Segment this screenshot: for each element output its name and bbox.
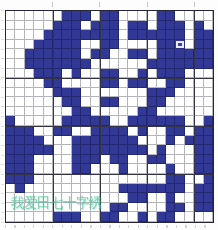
grid-cell[interactable]	[72, 30, 81, 40]
grid-cell[interactable]	[119, 21, 128, 31]
grid-cell[interactable]	[72, 78, 81, 88]
grid-cell[interactable]	[157, 174, 166, 184]
grid-cell[interactable]	[100, 21, 109, 31]
grid-cell[interactable]	[34, 97, 43, 107]
grid-cell[interactable]	[119, 78, 128, 88]
grid-cell[interactable]	[157, 126, 166, 136]
grid-cell[interactable]	[166, 212, 175, 222]
grid-cell[interactable]	[44, 145, 53, 155]
grid-cell[interactable]	[119, 107, 128, 117]
grid-cell[interactable]	[204, 155, 213, 165]
grid-cell[interactable]	[44, 30, 53, 40]
grid-cell[interactable]	[91, 11, 100, 21]
grid-cell[interactable]	[25, 203, 34, 213]
grid-cell[interactable]	[72, 21, 81, 31]
grid-cell[interactable]	[15, 174, 24, 184]
grid-cell[interactable]	[204, 145, 213, 155]
grid-cell[interactable]	[6, 193, 15, 203]
grid-cell[interactable]	[166, 88, 175, 98]
grid-cell[interactable]	[34, 59, 43, 69]
grid-cell[interactable]	[62, 59, 71, 69]
grid-cell[interactable]	[110, 136, 119, 146]
grid-cell[interactable]	[194, 88, 203, 98]
grid-cell[interactable]	[166, 203, 175, 213]
grid-cell[interactable]	[194, 116, 203, 126]
grid-cell[interactable]	[185, 203, 194, 213]
grid-cell[interactable]	[53, 164, 62, 174]
grid-cell[interactable]	[100, 97, 109, 107]
grid-cell[interactable]	[147, 174, 156, 184]
grid-cell[interactable]	[128, 11, 137, 21]
grid-cell[interactable]	[110, 21, 119, 31]
grid-cell[interactable]	[81, 78, 90, 88]
grid-cell[interactable]	[25, 40, 34, 50]
grid-cell[interactable]	[166, 97, 175, 107]
grid-cell[interactable]	[100, 59, 109, 69]
grid-cell[interactable]	[147, 107, 156, 117]
grid-cell[interactable]	[6, 212, 15, 222]
grid-cell[interactable]	[72, 49, 81, 59]
grid-cell[interactable]	[53, 155, 62, 165]
grid-cell[interactable]	[185, 30, 194, 40]
grid-cell[interactable]	[185, 184, 194, 194]
grid-cell[interactable]	[147, 69, 156, 79]
grid-cell[interactable]	[175, 59, 184, 69]
grid-cell[interactable]	[204, 212, 213, 222]
grid-cell[interactable]	[91, 126, 100, 136]
grid-cell[interactable]	[166, 184, 175, 194]
grid-cell[interactable]	[157, 145, 166, 155]
grid-cell[interactable]	[204, 126, 213, 136]
grid-cell[interactable]	[147, 212, 156, 222]
grid-cell[interactable]	[72, 88, 81, 98]
grid-cell[interactable]	[72, 116, 81, 126]
grid-cell[interactable]	[119, 49, 128, 59]
grid-cell[interactable]	[91, 116, 100, 126]
grid-cell[interactable]	[204, 193, 213, 203]
grid-cell[interactable]	[147, 40, 156, 50]
grid-cell[interactable]	[25, 136, 34, 146]
grid-cell[interactable]	[185, 21, 194, 31]
grid-cell[interactable]	[100, 184, 109, 194]
grid-cell[interactable]	[157, 203, 166, 213]
grid-cell[interactable]	[175, 97, 184, 107]
grid-cell[interactable]	[44, 40, 53, 50]
grid-cell[interactable]	[157, 78, 166, 88]
grid-cell[interactable]	[15, 21, 24, 31]
grid-cell[interactable]	[6, 30, 15, 40]
grid-cell[interactable]	[62, 145, 71, 155]
grid-cell[interactable]	[128, 126, 137, 136]
grid-cell[interactable]	[138, 107, 147, 117]
grid-cell[interactable]	[25, 69, 34, 79]
grid-cell[interactable]	[194, 30, 203, 40]
grid-cell[interactable]	[44, 184, 53, 194]
grid-cell[interactable]	[6, 97, 15, 107]
grid-cell[interactable]	[204, 107, 213, 117]
grid-cell[interactable]	[147, 49, 156, 59]
grid-cell[interactable]	[53, 59, 62, 69]
grid-cell[interactable]	[15, 69, 24, 79]
grid-cell[interactable]	[147, 116, 156, 126]
grid-cell[interactable]	[81, 97, 90, 107]
grid-cell[interactable]	[147, 97, 156, 107]
grid-cell[interactable]	[194, 59, 203, 69]
grid-cell[interactable]	[128, 49, 137, 59]
grid-cell[interactable]	[15, 126, 24, 136]
grid-cell[interactable]	[6, 40, 15, 50]
grid-cell[interactable]	[15, 40, 24, 50]
grid-cell[interactable]	[81, 40, 90, 50]
grid-cell[interactable]	[138, 30, 147, 40]
grid-cell[interactable]	[100, 155, 109, 165]
grid-cell[interactable]	[53, 78, 62, 88]
grid-cell[interactable]	[100, 107, 109, 117]
grid-cell[interactable]	[185, 136, 194, 146]
grid-cell[interactable]	[166, 59, 175, 69]
grid-cell[interactable]	[44, 97, 53, 107]
grid-cell[interactable]	[185, 212, 194, 222]
grid-cell[interactable]	[157, 30, 166, 40]
grid-cell[interactable]	[81, 59, 90, 69]
grid-cell[interactable]	[34, 203, 43, 213]
grid-cell[interactable]	[6, 116, 15, 126]
grid-cell[interactable]	[128, 136, 137, 146]
grid-cell[interactable]	[100, 212, 109, 222]
grid-cell[interactable]	[128, 155, 137, 165]
grid-cell[interactable]	[53, 203, 62, 213]
grid-cell[interactable]	[175, 11, 184, 21]
grid-cell[interactable]	[110, 107, 119, 117]
grid-cell[interactable]	[6, 107, 15, 117]
grid-cell[interactable]	[6, 21, 15, 31]
grid-cell[interactable]	[34, 88, 43, 98]
grid-cell[interactable]	[44, 49, 53, 59]
grid-cell[interactable]	[194, 78, 203, 88]
grid-cell[interactable]	[25, 97, 34, 107]
grid-cell[interactable]	[100, 30, 109, 40]
grid-cell[interactable]	[53, 174, 62, 184]
grid-cell[interactable]	[34, 184, 43, 194]
grid-cell[interactable]	[25, 59, 34, 69]
grid-cell[interactable]	[119, 88, 128, 98]
grid-cell[interactable]	[100, 11, 109, 21]
grid-cell[interactable]	[53, 49, 62, 59]
grid-cell[interactable]	[175, 49, 184, 59]
grid-cell[interactable]	[138, 212, 147, 222]
grid-cell[interactable]	[119, 136, 128, 146]
grid-cell[interactable]	[72, 11, 81, 21]
grid-cell[interactable]	[81, 184, 90, 194]
grid-cell[interactable]	[34, 30, 43, 40]
grid-cell[interactable]	[44, 136, 53, 146]
grid-cell[interactable]	[138, 126, 147, 136]
grid-cell[interactable]	[91, 203, 100, 213]
grid-cell[interactable]	[91, 78, 100, 88]
grid-cell[interactable]	[110, 97, 119, 107]
grid-cell[interactable]	[185, 145, 194, 155]
grid-cell[interactable]	[157, 212, 166, 222]
grid-cell[interactable]	[62, 136, 71, 146]
grid-cell[interactable]	[128, 97, 137, 107]
grid-cell[interactable]	[157, 164, 166, 174]
grid-cell[interactable]	[91, 97, 100, 107]
grid-cell[interactable]	[194, 21, 203, 31]
grid-cell[interactable]	[6, 49, 15, 59]
grid-cell[interactable]	[119, 174, 128, 184]
grid-cell[interactable]	[138, 88, 147, 98]
grid-cell[interactable]	[175, 107, 184, 117]
grid-cell[interactable]	[204, 164, 213, 174]
grid-cell[interactable]	[110, 49, 119, 59]
grid-cell[interactable]	[6, 155, 15, 165]
grid-cell[interactable]	[34, 49, 43, 59]
grid-cell[interactable]	[128, 107, 137, 117]
grid-cell[interactable]	[25, 164, 34, 174]
grid-cell[interactable]	[194, 40, 203, 50]
grid-cell[interactable]	[81, 49, 90, 59]
grid-cell[interactable]	[91, 174, 100, 184]
grid-cell[interactable]	[53, 184, 62, 194]
grid-cell[interactable]	[157, 193, 166, 203]
grid-cell[interactable]	[175, 212, 184, 222]
grid-cell[interactable]	[53, 30, 62, 40]
grid-cell[interactable]	[62, 155, 71, 165]
grid-cell[interactable]	[81, 212, 90, 222]
grid-cell[interactable]	[62, 40, 71, 50]
grid-cell[interactable]	[138, 69, 147, 79]
grid-cell[interactable]	[119, 193, 128, 203]
grid-cell[interactable]	[81, 136, 90, 146]
grid-cell[interactable]	[25, 107, 34, 117]
grid-cell[interactable]	[157, 88, 166, 98]
grid-cell[interactable]	[91, 59, 100, 69]
grid-cell[interactable]	[62, 49, 71, 59]
grid-cell[interactable]	[34, 193, 43, 203]
grid-cell[interactable]	[204, 174, 213, 184]
grid-cell[interactable]	[53, 116, 62, 126]
grid-cell[interactable]	[15, 184, 24, 194]
grid-cell[interactable]	[6, 203, 15, 213]
grid-cell[interactable]	[25, 212, 34, 222]
grid-cell[interactable]	[110, 126, 119, 136]
grid-cell[interactable]	[25, 184, 34, 194]
grid-cell[interactable]	[44, 164, 53, 174]
grid-cell[interactable]	[62, 78, 71, 88]
grid-cell[interactable]	[194, 174, 203, 184]
grid-cell[interactable]	[72, 184, 81, 194]
grid-cell[interactable]	[138, 116, 147, 126]
grid-cell[interactable]	[81, 69, 90, 79]
grid-cell[interactable]	[147, 155, 156, 165]
grid-cell[interactable]	[100, 193, 109, 203]
grid-cell[interactable]	[91, 40, 100, 50]
grid-cell[interactable]	[72, 69, 81, 79]
grid-cell[interactable]	[157, 155, 166, 165]
grid-cell[interactable]	[194, 212, 203, 222]
grid-cell[interactable]	[119, 69, 128, 79]
grid-cell[interactable]	[194, 126, 203, 136]
grid-cell[interactable]	[204, 40, 213, 50]
grid-cell[interactable]	[110, 116, 119, 126]
grid-cell[interactable]	[53, 40, 62, 50]
grid-cell[interactable]	[166, 136, 175, 146]
grid-cell[interactable]	[44, 78, 53, 88]
grid-cell[interactable]	[110, 193, 119, 203]
grid-cell[interactable]	[44, 212, 53, 222]
grid-cell[interactable]	[166, 49, 175, 59]
grid-cell[interactable]	[110, 78, 119, 88]
grid-cell[interactable]	[25, 88, 34, 98]
grid-cell[interactable]	[25, 116, 34, 126]
grid-cell[interactable]	[15, 11, 24, 21]
grid-cell[interactable]	[128, 174, 137, 184]
grid-cell[interactable]	[44, 116, 53, 126]
grid-cell[interactable]	[53, 126, 62, 136]
grid-cell[interactable]	[119, 97, 128, 107]
grid-cell[interactable]	[157, 21, 166, 31]
grid-cell[interactable]	[128, 184, 137, 194]
grid-cell[interactable]	[34, 116, 43, 126]
grid-cell[interactable]	[15, 49, 24, 59]
grid-cell[interactable]	[15, 203, 24, 213]
grid-cell[interactable]	[53, 136, 62, 146]
grid-cell[interactable]	[175, 164, 184, 174]
grid-cell[interactable]	[53, 21, 62, 31]
grid-cell[interactable]	[166, 11, 175, 21]
grid-cell[interactable]	[15, 155, 24, 165]
grid-cell[interactable]	[194, 164, 203, 174]
grid-cell[interactable]	[6, 11, 15, 21]
grid-cell[interactable]	[15, 88, 24, 98]
grid-cell[interactable]	[62, 30, 71, 40]
grid-cell[interactable]	[81, 145, 90, 155]
grid-cell[interactable]	[34, 126, 43, 136]
selection-marker[interactable]	[176, 41, 183, 49]
grid-cell[interactable]	[128, 88, 137, 98]
grid-cell[interactable]	[91, 136, 100, 146]
grid-cell[interactable]	[62, 11, 71, 21]
grid-cell[interactable]	[100, 78, 109, 88]
grid-cell[interactable]	[81, 164, 90, 174]
grid-cell[interactable]	[147, 136, 156, 146]
grid-cell[interactable]	[25, 21, 34, 31]
grid-cell[interactable]	[72, 59, 81, 69]
grid-cell[interactable]	[204, 11, 213, 21]
grid-cell[interactable]	[119, 126, 128, 136]
grid-cell[interactable]	[81, 21, 90, 31]
grid-cell[interactable]	[119, 30, 128, 40]
grid-cell[interactable]	[110, 155, 119, 165]
grid-cell[interactable]	[119, 59, 128, 69]
grid-cell[interactable]	[15, 193, 24, 203]
grid-cell[interactable]	[128, 212, 137, 222]
grid-cell[interactable]	[119, 40, 128, 50]
grid-cell[interactable]	[62, 107, 71, 117]
grid-cell[interactable]	[100, 69, 109, 79]
grid-cell[interactable]	[62, 174, 71, 184]
grid-cell[interactable]	[72, 97, 81, 107]
grid-cell[interactable]	[204, 78, 213, 88]
grid-cell[interactable]	[157, 40, 166, 50]
grid-cell[interactable]	[204, 184, 213, 194]
grid-cell[interactable]	[53, 212, 62, 222]
grid-cell[interactable]	[166, 164, 175, 174]
grid-cell[interactable]	[91, 155, 100, 165]
grid-cell[interactable]	[110, 164, 119, 174]
grid-cell[interactable]	[119, 212, 128, 222]
grid-cell[interactable]	[175, 88, 184, 98]
grid-cell[interactable]	[91, 49, 100, 59]
grid-cell[interactable]	[138, 97, 147, 107]
grid-cell[interactable]	[81, 174, 90, 184]
grid-cell[interactable]	[175, 21, 184, 31]
grid-cell[interactable]	[147, 11, 156, 21]
grid-cell[interactable]	[166, 126, 175, 136]
grid-cell[interactable]	[128, 78, 137, 88]
grid-cell[interactable]	[157, 69, 166, 79]
grid-cell[interactable]	[194, 193, 203, 203]
grid-cell[interactable]	[204, 97, 213, 107]
grid-cell[interactable]	[62, 212, 71, 222]
grid-cell[interactable]	[91, 212, 100, 222]
grid-cell[interactable]	[166, 155, 175, 165]
grid-cell[interactable]	[185, 116, 194, 126]
grid-cell[interactable]	[185, 59, 194, 69]
grid-cell[interactable]	[34, 145, 43, 155]
grid-cell[interactable]	[6, 126, 15, 136]
grid-cell[interactable]	[44, 126, 53, 136]
grid-cell[interactable]	[34, 107, 43, 117]
grid-cell[interactable]	[62, 88, 71, 98]
grid-cell[interactable]	[81, 126, 90, 136]
grid-cell[interactable]	[15, 78, 24, 88]
grid-cell[interactable]	[81, 11, 90, 21]
grid-cell[interactable]	[53, 97, 62, 107]
grid-cell[interactable]	[72, 40, 81, 50]
grid-cell[interactable]	[157, 107, 166, 117]
grid-cell[interactable]	[147, 88, 156, 98]
grid-cell[interactable]	[15, 136, 24, 146]
grid-cell[interactable]	[147, 193, 156, 203]
grid-cell[interactable]	[110, 69, 119, 79]
grid-cell[interactable]	[6, 69, 15, 79]
grid-cell[interactable]	[128, 40, 137, 50]
grid-cell[interactable]	[175, 203, 184, 213]
grid-cell[interactable]	[204, 88, 213, 98]
grid-cell[interactable]	[128, 30, 137, 40]
grid-cell[interactable]	[62, 164, 71, 174]
grid-cell[interactable]	[175, 116, 184, 126]
grid-cell[interactable]	[138, 155, 147, 165]
grid-cell[interactable]	[15, 164, 24, 174]
grid-cell[interactable]	[204, 30, 213, 40]
grid-cell[interactable]	[34, 164, 43, 174]
grid-cell[interactable]	[53, 88, 62, 98]
grid-cell[interactable]	[157, 97, 166, 107]
grid-cell[interactable]	[15, 97, 24, 107]
grid-cell[interactable]	[128, 193, 137, 203]
grid-cell[interactable]	[185, 78, 194, 88]
grid-cell[interactable]	[166, 193, 175, 203]
grid-cell[interactable]	[15, 59, 24, 69]
grid-cell[interactable]	[72, 136, 81, 146]
grid-cell[interactable]	[53, 145, 62, 155]
grid-cell[interactable]	[110, 40, 119, 50]
grid-cell[interactable]	[34, 78, 43, 88]
grid-cell[interactable]	[166, 78, 175, 88]
grid-cell[interactable]	[128, 203, 137, 213]
